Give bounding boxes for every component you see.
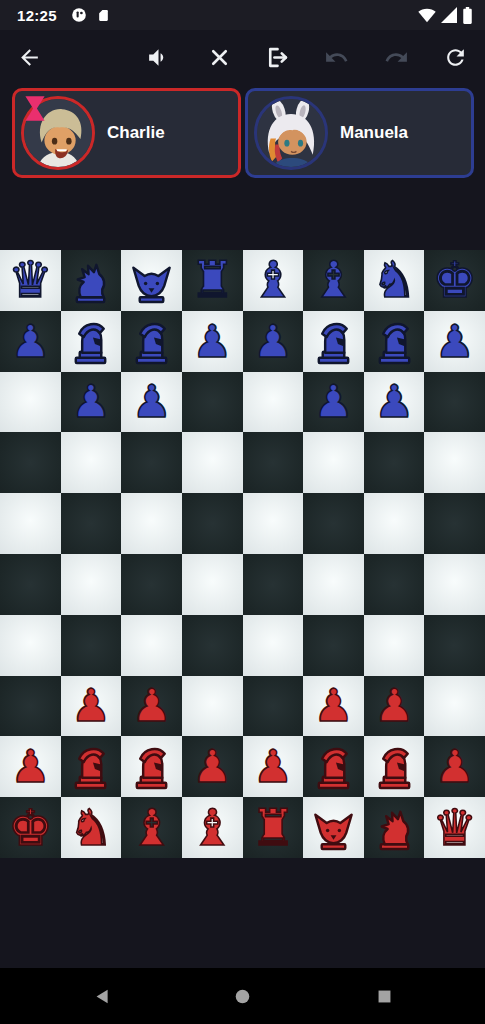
piece-blue-bishop[interactable]: ♝ bbox=[250, 255, 295, 305]
toolbar-sound-button[interactable] bbox=[138, 37, 178, 77]
exit-logout-icon bbox=[264, 45, 289, 70]
piece-red-wolf[interactable] bbox=[370, 803, 419, 852]
square-g5[interactable] bbox=[364, 554, 425, 615]
square-a3[interactable] bbox=[0, 676, 61, 737]
piece-blue-pawn[interactable]: ♟ bbox=[192, 319, 232, 364]
piece-blue-king[interactable]: ♚ bbox=[432, 255, 477, 305]
toolbar-undo-button[interactable] bbox=[316, 37, 356, 77]
piece-blue-pawn[interactable]: ♟ bbox=[71, 379, 111, 424]
square-e7[interactable] bbox=[243, 432, 304, 493]
toolbar bbox=[0, 34, 485, 80]
undo-arrow-icon bbox=[324, 45, 349, 70]
square-a8[interactable] bbox=[0, 372, 61, 433]
square-c3[interactable]: ♟ bbox=[121, 676, 182, 737]
piece-blue-warrior[interactable] bbox=[309, 317, 358, 366]
square-c4[interactable] bbox=[121, 615, 182, 676]
square-d9[interactable]: ♟ bbox=[182, 311, 243, 372]
square-b8[interactable]: ♟ bbox=[61, 372, 122, 433]
square-b2[interactable] bbox=[61, 736, 122, 797]
square-f4[interactable] bbox=[303, 615, 364, 676]
square-a2[interactable]: ♟ bbox=[0, 736, 61, 797]
square-f6[interactable] bbox=[303, 493, 364, 554]
screen: 12:25 bbox=[0, 0, 485, 1024]
square-g2[interactable] bbox=[364, 736, 425, 797]
square-g4[interactable] bbox=[364, 615, 425, 676]
square-c9[interactable] bbox=[121, 311, 182, 372]
player-card-charlie: Charlie bbox=[12, 88, 241, 178]
piece-blue-warrior[interactable] bbox=[370, 317, 419, 366]
square-c5[interactable] bbox=[121, 554, 182, 615]
piece-red-bishop[interactable]: ♝ bbox=[129, 803, 174, 853]
square-a10[interactable]: ♛ bbox=[0, 250, 61, 311]
player-card-manuela: Manuela bbox=[245, 88, 474, 178]
piece-red-pawn[interactable]: ♟ bbox=[71, 683, 111, 728]
square-b1[interactable]: ♞ bbox=[61, 797, 122, 858]
square-c8[interactable]: ♟ bbox=[121, 372, 182, 433]
square-e5[interactable] bbox=[243, 554, 304, 615]
wifi-icon bbox=[418, 8, 436, 23]
piece-blue-pawn[interactable]: ♟ bbox=[131, 379, 171, 424]
square-d3[interactable] bbox=[182, 676, 243, 737]
square-h6[interactable] bbox=[424, 493, 485, 554]
square-h5[interactable] bbox=[424, 554, 485, 615]
piece-blue-fox[interactable] bbox=[127, 256, 176, 305]
turn-hourglass-icon bbox=[23, 95, 47, 122]
square-c6[interactable] bbox=[121, 493, 182, 554]
piece-blue-pawn[interactable]: ♟ bbox=[10, 319, 50, 364]
nav-back-triangle-icon[interactable] bbox=[94, 988, 111, 1005]
square-b7[interactable] bbox=[61, 432, 122, 493]
square-h8[interactable] bbox=[424, 372, 485, 433]
status-time: 12:25 bbox=[17, 7, 57, 24]
square-c10[interactable] bbox=[121, 250, 182, 311]
android-nav-bar bbox=[0, 968, 485, 1024]
piece-red-warrior[interactable] bbox=[309, 742, 358, 791]
piece-blue-wolf[interactable] bbox=[66, 256, 115, 305]
square-b6[interactable] bbox=[61, 493, 122, 554]
square-b9[interactable] bbox=[61, 311, 122, 372]
toolbar-restart-button[interactable] bbox=[435, 37, 475, 77]
square-e1[interactable]: ♜ bbox=[243, 797, 304, 858]
piece-red-rook[interactable]: ♜ bbox=[250, 803, 295, 853]
battery-icon bbox=[462, 7, 473, 24]
square-f8[interactable]: ♟ bbox=[303, 372, 364, 433]
square-e3[interactable] bbox=[243, 676, 304, 737]
piece-red-pawn[interactable]: ♟ bbox=[131, 683, 171, 728]
square-h7[interactable] bbox=[424, 432, 485, 493]
piece-blue-bishop[interactable]: ♝ bbox=[311, 255, 356, 305]
piece-blue-warrior[interactable] bbox=[127, 317, 176, 366]
square-g1[interactable] bbox=[364, 797, 425, 858]
square-f10[interactable]: ♝ bbox=[303, 250, 364, 311]
status-left-icons bbox=[71, 7, 110, 23]
square-a6[interactable] bbox=[0, 493, 61, 554]
redo-arrow-icon bbox=[384, 45, 409, 70]
square-f1[interactable] bbox=[303, 797, 364, 858]
toolbar-redo-button[interactable] bbox=[376, 37, 416, 77]
piece-red-queen[interactable]: ♛ bbox=[432, 803, 477, 853]
piece-blue-pawn[interactable]: ♟ bbox=[253, 319, 293, 364]
square-f9[interactable] bbox=[303, 311, 364, 372]
square-f3[interactable]: ♟ bbox=[303, 676, 364, 737]
status-right-icons bbox=[418, 7, 473, 24]
nav-home-circle-icon[interactable] bbox=[234, 988, 251, 1005]
toolbar-back-button[interactable] bbox=[9, 37, 49, 77]
piece-blue-warrior[interactable] bbox=[66, 317, 115, 366]
piece-blue-knight[interactable]: ♞ bbox=[372, 255, 417, 305]
square-h1[interactable]: ♛ bbox=[424, 797, 485, 858]
piece-red-pawn[interactable]: ♟ bbox=[10, 744, 50, 789]
square-h10[interactable]: ♚ bbox=[424, 250, 485, 311]
square-e2[interactable]: ♟ bbox=[243, 736, 304, 797]
square-c7[interactable] bbox=[121, 432, 182, 493]
piece-blue-pawn[interactable]: ♟ bbox=[435, 319, 475, 364]
piece-red-pawn[interactable]: ♟ bbox=[192, 744, 232, 789]
piece-red-pawn[interactable]: ♟ bbox=[435, 744, 475, 789]
square-h9[interactable]: ♟ bbox=[424, 311, 485, 372]
clock-icon bbox=[71, 7, 87, 23]
square-h2[interactable]: ♟ bbox=[424, 736, 485, 797]
square-d8[interactable] bbox=[182, 372, 243, 433]
square-b10[interactable] bbox=[61, 250, 122, 311]
piece-red-knight[interactable]: ♞ bbox=[69, 803, 114, 853]
piece-blue-pawn[interactable]: ♟ bbox=[374, 379, 414, 424]
piece-red-fox[interactable] bbox=[309, 803, 358, 852]
back-arrow-icon bbox=[17, 45, 42, 70]
player-name: Charlie bbox=[107, 123, 165, 143]
refresh-icon bbox=[443, 45, 468, 70]
square-d10[interactable]: ♜ bbox=[182, 250, 243, 311]
square-a4[interactable] bbox=[0, 615, 61, 676]
square-e10[interactable]: ♝ bbox=[243, 250, 304, 311]
square-d5[interactable] bbox=[182, 554, 243, 615]
piece-red-bishop[interactable]: ♝ bbox=[190, 803, 235, 853]
square-e4[interactable] bbox=[243, 615, 304, 676]
square-h4[interactable] bbox=[424, 615, 485, 676]
square-g3[interactable]: ♟ bbox=[364, 676, 425, 737]
status-bar: 12:25 bbox=[0, 0, 485, 30]
square-e8[interactable] bbox=[243, 372, 304, 433]
square-c2[interactable] bbox=[121, 736, 182, 797]
square-h3[interactable] bbox=[424, 676, 485, 737]
square-d1[interactable]: ♝ bbox=[182, 797, 243, 858]
square-a1[interactable]: ♚ bbox=[0, 797, 61, 858]
piece-red-pawn[interactable]: ♟ bbox=[313, 683, 353, 728]
toolbar-close-button[interactable] bbox=[199, 37, 239, 77]
square-g7[interactable] bbox=[364, 432, 425, 493]
square-g9[interactable] bbox=[364, 311, 425, 372]
chess-board: ♛♜♝♝♞♚♟♟♟♟♟♟♟♟♟♟♟♟♟♟♟♟♚♞♝♝♜♛ bbox=[0, 250, 485, 858]
square-a5[interactable] bbox=[0, 554, 61, 615]
square-d2[interactable]: ♟ bbox=[182, 736, 243, 797]
square-b5[interactable] bbox=[61, 554, 122, 615]
player-name: Manuela bbox=[340, 123, 408, 143]
square-b4[interactable] bbox=[61, 615, 122, 676]
piece-red-warrior[interactable] bbox=[370, 742, 419, 791]
square-f7[interactable] bbox=[303, 432, 364, 493]
piece-red-warrior[interactable] bbox=[127, 742, 176, 791]
avatar-manuela bbox=[254, 96, 328, 170]
square-e6[interactable] bbox=[243, 493, 304, 554]
piece-blue-queen[interactable]: ♛ bbox=[8, 255, 53, 305]
piece-blue-rook[interactable]: ♜ bbox=[190, 255, 235, 305]
square-a9[interactable]: ♟ bbox=[0, 311, 61, 372]
square-d4[interactable] bbox=[182, 615, 243, 676]
nav-recents-square-icon[interactable] bbox=[376, 988, 393, 1005]
piece-red-pawn[interactable]: ♟ bbox=[253, 744, 293, 789]
speaker-icon bbox=[146, 45, 171, 70]
toolbar-exit-button[interactable] bbox=[256, 37, 296, 77]
square-g6[interactable] bbox=[364, 493, 425, 554]
square-e9[interactable]: ♟ bbox=[243, 311, 304, 372]
square-d6[interactable] bbox=[182, 493, 243, 554]
square-g10[interactable]: ♞ bbox=[364, 250, 425, 311]
close-x-icon bbox=[207, 45, 232, 70]
square-g8[interactable]: ♟ bbox=[364, 372, 425, 433]
cell-signal-icon bbox=[441, 7, 457, 23]
square-a7[interactable] bbox=[0, 432, 61, 493]
square-d7[interactable] bbox=[182, 432, 243, 493]
player-cards: Charlie bbox=[0, 88, 485, 178]
square-c1[interactable]: ♝ bbox=[121, 797, 182, 858]
manuela-avatar-image bbox=[257, 99, 325, 167]
sdcard-icon bbox=[97, 8, 110, 23]
square-f2[interactable] bbox=[303, 736, 364, 797]
square-b3[interactable]: ♟ bbox=[61, 676, 122, 737]
square-f5[interactable] bbox=[303, 554, 364, 615]
piece-blue-pawn[interactable]: ♟ bbox=[313, 379, 353, 424]
piece-red-pawn[interactable]: ♟ bbox=[374, 683, 414, 728]
piece-red-warrior[interactable] bbox=[66, 742, 115, 791]
piece-red-king[interactable]: ♚ bbox=[8, 803, 53, 853]
